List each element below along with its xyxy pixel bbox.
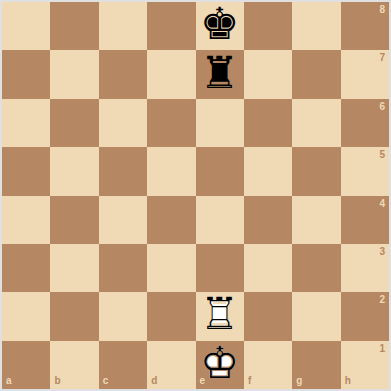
square-a5[interactable] <box>2 147 50 195</box>
black-king-glyph: ♚ <box>200 2 239 46</box>
square-d8[interactable] <box>147 2 195 50</box>
square-c3[interactable] <box>99 244 147 292</box>
square-b3[interactable] <box>50 244 98 292</box>
file-label-h: h <box>345 376 351 386</box>
square-b4[interactable] <box>50 196 98 244</box>
white-rook[interactable]: ♜♖ <box>196 292 244 340</box>
square-a8[interactable] <box>2 2 50 50</box>
square-g5[interactable] <box>292 147 340 195</box>
square-c5[interactable] <box>99 147 147 195</box>
square-h6[interactable]: 6 <box>341 99 389 147</box>
square-d5[interactable] <box>147 147 195 195</box>
white-king-glyph: ♔ <box>200 341 239 385</box>
rank-label-5: 5 <box>379 150 385 160</box>
square-a7[interactable] <box>2 50 50 98</box>
square-g6[interactable] <box>292 99 340 147</box>
square-c7[interactable] <box>99 50 147 98</box>
square-b8[interactable] <box>50 2 98 50</box>
square-e1[interactable]: e♚♔ <box>196 341 244 389</box>
square-a2[interactable] <box>2 292 50 340</box>
square-f4[interactable] <box>244 196 292 244</box>
white-king[interactable]: ♚♔ <box>196 341 244 389</box>
square-c8[interactable] <box>99 2 147 50</box>
black-king[interactable]: ♚ <box>196 2 244 50</box>
square-c2[interactable] <box>99 292 147 340</box>
square-a6[interactable] <box>2 99 50 147</box>
file-label-a: a <box>6 376 12 386</box>
square-b7[interactable] <box>50 50 98 98</box>
rank-label-3: 3 <box>379 247 385 257</box>
square-g1[interactable]: g <box>292 341 340 389</box>
square-b1[interactable]: b <box>50 341 98 389</box>
black-rook[interactable]: ♜ <box>196 50 244 98</box>
square-a1[interactable]: a <box>2 341 50 389</box>
square-b6[interactable] <box>50 99 98 147</box>
rank-label-8: 8 <box>379 5 385 15</box>
file-label-b: b <box>54 376 60 386</box>
square-b5[interactable] <box>50 147 98 195</box>
square-e3[interactable] <box>196 244 244 292</box>
square-d4[interactable] <box>147 196 195 244</box>
rank-label-2: 2 <box>379 295 385 305</box>
square-c6[interactable] <box>99 99 147 147</box>
square-h5[interactable]: 5 <box>341 147 389 195</box>
square-f5[interactable] <box>244 147 292 195</box>
square-h8[interactable]: 8 <box>341 2 389 50</box>
square-g2[interactable] <box>292 292 340 340</box>
rank-label-1: 1 <box>379 344 385 354</box>
square-e7[interactable]: ♜ <box>196 50 244 98</box>
square-a3[interactable] <box>2 244 50 292</box>
square-e4[interactable] <box>196 196 244 244</box>
square-f1[interactable]: f <box>244 341 292 389</box>
square-e8[interactable]: ♚ <box>196 2 244 50</box>
square-c4[interactable] <box>99 196 147 244</box>
chess-board: ♚8♜76543♜♖2abcde♚♔fg1h <box>0 0 391 391</box>
square-a4[interactable] <box>2 196 50 244</box>
square-g7[interactable] <box>292 50 340 98</box>
square-h3[interactable]: 3 <box>341 244 389 292</box>
square-c1[interactable]: c <box>99 341 147 389</box>
square-g8[interactable] <box>292 2 340 50</box>
rank-label-7: 7 <box>379 53 385 63</box>
white-rook-glyph: ♖ <box>200 293 239 337</box>
square-h4[interactable]: 4 <box>341 196 389 244</box>
square-e6[interactable] <box>196 99 244 147</box>
square-g4[interactable] <box>292 196 340 244</box>
square-d6[interactable] <box>147 99 195 147</box>
square-f6[interactable] <box>244 99 292 147</box>
square-b2[interactable] <box>50 292 98 340</box>
square-g3[interactable] <box>292 244 340 292</box>
square-h2[interactable]: 2 <box>341 292 389 340</box>
square-h7[interactable]: 7 <box>341 50 389 98</box>
square-d2[interactable] <box>147 292 195 340</box>
square-e2[interactable]: ♜♖ <box>196 292 244 340</box>
file-label-c: c <box>103 376 109 386</box>
square-e5[interactable] <box>196 147 244 195</box>
file-label-d: d <box>151 376 157 386</box>
file-label-f: f <box>248 376 251 386</box>
black-rook-glyph: ♜ <box>200 51 239 95</box>
square-d7[interactable] <box>147 50 195 98</box>
square-f3[interactable] <box>244 244 292 292</box>
file-label-g: g <box>296 376 302 386</box>
rank-label-4: 4 <box>379 199 385 209</box>
square-f8[interactable] <box>244 2 292 50</box>
square-d1[interactable]: d <box>147 341 195 389</box>
square-d3[interactable] <box>147 244 195 292</box>
square-f2[interactable] <box>244 292 292 340</box>
square-h1[interactable]: 1h <box>341 341 389 389</box>
rank-label-6: 6 <box>379 102 385 112</box>
square-f7[interactable] <box>244 50 292 98</box>
